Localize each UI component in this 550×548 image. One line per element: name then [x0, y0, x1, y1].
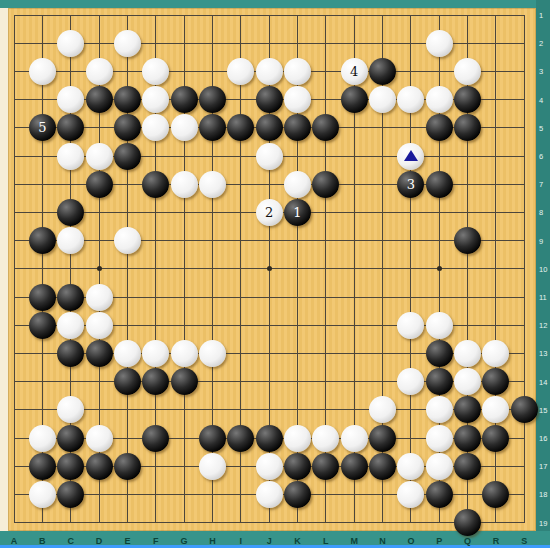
- stone-black[interactable]: [29, 453, 56, 480]
- column-label: K: [294, 536, 301, 546]
- stone-white[interactable]: [86, 143, 113, 170]
- stone-white[interactable]: [426, 396, 453, 423]
- go-board-screenshot: 45321ABCDEFGHIJKLMNOPQRS1234567891011121…: [0, 0, 550, 548]
- row-label: 19: [539, 518, 547, 527]
- column-label: H: [209, 536, 216, 546]
- stone-white[interactable]: [29, 58, 56, 85]
- stone-black[interactable]: [284, 481, 311, 508]
- column-label: I: [240, 536, 243, 546]
- stone-white[interactable]: [199, 171, 226, 198]
- stone-white[interactable]: [284, 425, 311, 452]
- move-number-label: 1: [293, 206, 301, 219]
- column-label: J: [267, 536, 272, 546]
- stone-black[interactable]: [256, 425, 283, 452]
- stone-black[interactable]: [284, 453, 311, 480]
- stone-white[interactable]: [397, 143, 424, 170]
- column-label: P: [436, 536, 442, 546]
- stone-black[interactable]: [29, 312, 56, 339]
- stone-black[interactable]: [57, 340, 84, 367]
- stone-black[interactable]: [114, 114, 141, 141]
- stone-black[interactable]: [312, 171, 339, 198]
- column-label: F: [153, 536, 159, 546]
- stone-black[interactable]: [171, 86, 198, 113]
- row-label: 8: [539, 208, 543, 217]
- stone-black[interactable]: [86, 86, 113, 113]
- row-label: 10: [539, 264, 547, 273]
- column-label: S: [521, 536, 527, 546]
- stone-white[interactable]: [171, 114, 198, 141]
- star-point: [97, 266, 102, 271]
- column-label: R: [493, 536, 500, 546]
- column-label: D: [96, 536, 103, 546]
- stone-white[interactable]: [114, 30, 141, 57]
- stone-white[interactable]: [454, 340, 481, 367]
- stone-black[interactable]: [426, 340, 453, 367]
- stone-black[interactable]: [227, 425, 254, 452]
- stone-white[interactable]: [369, 86, 396, 113]
- stone-black[interactable]: [341, 86, 368, 113]
- stone-white[interactable]: [114, 340, 141, 367]
- stone-black[interactable]: [454, 453, 481, 480]
- move-number-label: 3: [407, 178, 415, 191]
- star-point: [267, 266, 272, 271]
- row-label: 11: [539, 293, 547, 302]
- row-label: 18: [539, 490, 547, 499]
- triangle-marker: [404, 150, 418, 161]
- stone-black[interactable]: [426, 171, 453, 198]
- column-label: Q: [464, 536, 471, 546]
- column-label: E: [124, 536, 130, 546]
- stone-white[interactable]: [171, 171, 198, 198]
- grid-line-vertical: [524, 15, 525, 523]
- stone-black[interactable]: [511, 396, 538, 423]
- stone-black[interactable]: [171, 368, 198, 395]
- stone-black[interactable]: [86, 453, 113, 480]
- stone-white[interactable]: 4: [341, 58, 368, 85]
- stone-black[interactable]: [86, 171, 113, 198]
- stone-white[interactable]: [114, 227, 141, 254]
- stone-white[interactable]: [86, 312, 113, 339]
- stone-black[interactable]: [454, 509, 481, 536]
- stone-black[interactable]: [57, 481, 84, 508]
- stone-white[interactable]: [454, 58, 481, 85]
- row-label: 6: [539, 152, 543, 161]
- stone-white[interactable]: [426, 86, 453, 113]
- stone-white[interactable]: [256, 453, 283, 480]
- row-label: 17: [539, 462, 547, 471]
- stone-black[interactable]: [341, 453, 368, 480]
- row-label: 5: [539, 123, 543, 132]
- row-label: 2: [539, 39, 543, 48]
- stone-white[interactable]: [426, 453, 453, 480]
- column-label: B: [39, 536, 46, 546]
- move-number-label: 2: [265, 206, 273, 219]
- row-label: 9: [539, 236, 543, 245]
- stone-white[interactable]: [142, 340, 169, 367]
- stone-black[interactable]: [57, 199, 84, 226]
- stone-white[interactable]: [284, 171, 311, 198]
- stone-black[interactable]: [256, 114, 283, 141]
- stone-black[interactable]: [369, 453, 396, 480]
- row-label: 7: [539, 180, 543, 189]
- stone-black[interactable]: [57, 453, 84, 480]
- stone-white[interactable]: [284, 58, 311, 85]
- stone-white[interactable]: [426, 312, 453, 339]
- stone-black[interactable]: [454, 86, 481, 113]
- stone-white[interactable]: [86, 425, 113, 452]
- stone-black[interactable]: [29, 284, 56, 311]
- stone-black[interactable]: [199, 425, 226, 452]
- left-edge-strip: [0, 8, 8, 531]
- stone-black[interactable]: [86, 340, 113, 367]
- stone-black[interactable]: 5: [29, 114, 56, 141]
- stone-white[interactable]: [284, 86, 311, 113]
- stone-black[interactable]: [454, 227, 481, 254]
- stone-white[interactable]: [397, 312, 424, 339]
- stone-black[interactable]: [426, 368, 453, 395]
- stone-black[interactable]: [114, 453, 141, 480]
- stone-black[interactable]: [369, 425, 396, 452]
- stone-white[interactable]: [341, 425, 368, 452]
- stone-black[interactable]: [142, 425, 169, 452]
- stone-white[interactable]: [57, 30, 84, 57]
- stone-black[interactable]: [114, 86, 141, 113]
- column-label: N: [379, 536, 386, 546]
- stone-white[interactable]: [312, 425, 339, 452]
- column-label: C: [67, 536, 74, 546]
- stone-black[interactable]: 3: [397, 171, 424, 198]
- stone-black[interactable]: [454, 425, 481, 452]
- stone-white[interactable]: 2: [256, 199, 283, 226]
- stone-black[interactable]: 1: [284, 199, 311, 226]
- stone-black[interactable]: [426, 481, 453, 508]
- column-label: M: [350, 536, 358, 546]
- stone-white[interactable]: [426, 425, 453, 452]
- column-label: L: [323, 536, 329, 546]
- stone-black[interactable]: [312, 453, 339, 480]
- column-label: A: [11, 536, 18, 546]
- stone-white[interactable]: [171, 340, 198, 367]
- row-label: 14: [539, 377, 547, 386]
- move-number-label: 4: [350, 65, 358, 78]
- stone-black[interactable]: [57, 425, 84, 452]
- stone-white[interactable]: [227, 58, 254, 85]
- stone-black[interactable]: [114, 143, 141, 170]
- row-label: 3: [539, 67, 543, 76]
- stone-black[interactable]: [482, 425, 509, 452]
- stone-white[interactable]: [86, 284, 113, 311]
- stone-black[interactable]: [369, 58, 396, 85]
- stone-white[interactable]: [86, 58, 113, 85]
- stone-white[interactable]: [256, 143, 283, 170]
- row-label: 1: [539, 11, 543, 20]
- stone-black[interactable]: [142, 171, 169, 198]
- stone-white[interactable]: [256, 481, 283, 508]
- stone-white[interactable]: [142, 58, 169, 85]
- stone-white[interactable]: [57, 312, 84, 339]
- row-label: 12: [539, 321, 547, 330]
- stone-white[interactable]: [199, 453, 226, 480]
- column-label: O: [407, 536, 414, 546]
- stone-white[interactable]: [454, 368, 481, 395]
- grid-line-horizontal: [14, 522, 524, 523]
- stone-white[interactable]: [397, 453, 424, 480]
- stone-white[interactable]: [199, 340, 226, 367]
- stone-black[interactable]: [57, 284, 84, 311]
- row-label: 15: [539, 405, 547, 414]
- stone-white[interactable]: [256, 58, 283, 85]
- stone-black[interactable]: [29, 227, 56, 254]
- stone-white[interactable]: [29, 481, 56, 508]
- stone-white[interactable]: [57, 143, 84, 170]
- stone-black[interactable]: [256, 86, 283, 113]
- stone-black[interactable]: [199, 86, 226, 113]
- stone-black[interactable]: [426, 114, 453, 141]
- row-label: 13: [539, 349, 547, 358]
- move-number-label: 5: [38, 121, 46, 134]
- row-label: 4: [539, 95, 543, 104]
- stone-white[interactable]: [29, 425, 56, 452]
- stone-black[interactable]: [114, 368, 141, 395]
- column-label: G: [181, 536, 188, 546]
- row-label: 16: [539, 434, 547, 443]
- stone-white[interactable]: [426, 30, 453, 57]
